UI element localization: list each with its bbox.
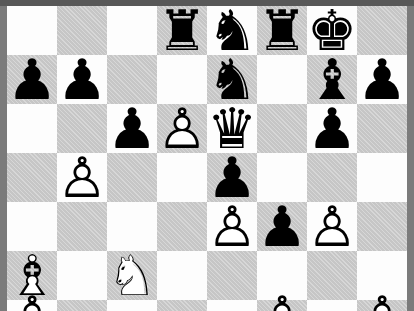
square-a3[interactable]: ♝♗ — [7, 251, 57, 300]
black-queen-icon: ♛ — [207, 104, 257, 153]
white-pawn-icon-outline: ♙ — [207, 202, 257, 251]
square-b4[interactable] — [57, 202, 107, 251]
black-pawn-icon: ♟ — [107, 104, 157, 153]
black-pawn-icon: ♟ — [307, 104, 357, 153]
square-d3[interactable] — [157, 251, 207, 300]
square-g4[interactable]: ♟♙ — [307, 202, 357, 251]
square-b8[interactable] — [57, 6, 107, 55]
white-pawn-icon-fill: ♟ — [57, 153, 107, 202]
square-f7[interactable] — [257, 55, 307, 104]
square-d2[interactable] — [157, 300, 207, 311]
square-c8[interactable] — [107, 6, 157, 55]
white-pawn-icon: ♟♙ — [57, 153, 107, 202]
black-pawn-icon: ♟ — [357, 55, 407, 104]
square-b3[interactable] — [57, 251, 107, 300]
square-c4[interactable] — [107, 202, 157, 251]
square-f4[interactable]: ♟ — [257, 202, 307, 251]
square-h8[interactable] — [357, 6, 407, 55]
white-pawn-icon: ♟♙ — [157, 104, 207, 153]
square-d8[interactable]: ♜ — [157, 6, 207, 55]
square-a2[interactable]: ♟♙ — [7, 300, 57, 311]
black-pawn-icon: ♟ — [257, 202, 307, 251]
square-b6[interactable] — [57, 104, 107, 153]
black-king-icon: ♚ — [307, 6, 357, 55]
white-pawn-icon-outline: ♙ — [307, 202, 357, 251]
square-a6[interactable] — [7, 104, 57, 153]
square-a8[interactable] — [7, 6, 57, 55]
black-pawn-icon: ♟ — [57, 55, 107, 104]
white-pawn-icon-fill: ♟ — [157, 104, 207, 153]
square-h2[interactable]: ♟♙ — [357, 300, 407, 311]
square-e4[interactable]: ♟♙ — [207, 202, 257, 251]
square-g5[interactable] — [307, 153, 357, 202]
white-knight-icon-outline: ♘ — [107, 251, 157, 300]
square-e2[interactable] — [207, 300, 257, 311]
black-rook-icon: ♜ — [157, 6, 207, 55]
square-c3[interactable]: ♞♘ — [107, 251, 157, 300]
square-d6[interactable]: ♟♙ — [157, 104, 207, 153]
square-c6[interactable]: ♟ — [107, 104, 157, 153]
white-knight-icon: ♞♘ — [107, 251, 157, 300]
square-d7[interactable] — [157, 55, 207, 104]
square-c5[interactable] — [107, 153, 157, 202]
square-f3[interactable] — [257, 251, 307, 300]
square-h6[interactable] — [357, 104, 407, 153]
square-f2[interactable]: ♟♙ — [257, 300, 307, 311]
white-knight-icon-fill: ♞ — [107, 251, 157, 300]
square-b7[interactable]: ♟ — [57, 55, 107, 104]
square-d5[interactable] — [157, 153, 207, 202]
black-knight-icon: ♞ — [207, 6, 257, 55]
square-e6[interactable]: ♛ — [207, 104, 257, 153]
black-bishop-icon: ♝ — [307, 55, 357, 104]
square-g6[interactable]: ♟ — [307, 104, 357, 153]
white-pawn-icon: ♟♙ — [207, 202, 257, 251]
white-bishop-icon-fill: ♝ — [7, 251, 57, 300]
white-pawn-icon-fill: ♟ — [207, 202, 257, 251]
white-bishop-icon-outline: ♗ — [7, 251, 57, 300]
square-g3[interactable] — [307, 251, 357, 300]
white-pawn-icon-outline: ♙ — [157, 104, 207, 153]
white-pawn-icon: ♟♙ — [307, 202, 357, 251]
square-f5[interactable] — [257, 153, 307, 202]
square-d4[interactable] — [157, 202, 207, 251]
square-b5[interactable]: ♟♙ — [57, 153, 107, 202]
square-h5[interactable] — [357, 153, 407, 202]
square-c7[interactable] — [107, 55, 157, 104]
square-a7[interactable]: ♟ — [7, 55, 57, 104]
white-pawn-icon-fill: ♟ — [307, 202, 357, 251]
black-pawn-icon: ♟ — [7, 55, 57, 104]
white-pawn-icon-outline: ♙ — [57, 153, 107, 202]
square-g2[interactable] — [307, 300, 357, 311]
black-knight-icon: ♞ — [207, 55, 257, 104]
square-a5[interactable] — [7, 153, 57, 202]
white-bishop-icon: ♝♗ — [7, 251, 57, 300]
square-a4[interactable] — [7, 202, 57, 251]
square-f8[interactable]: ♜ — [257, 6, 307, 55]
square-b2[interactable] — [57, 300, 107, 311]
square-e8[interactable]: ♞ — [207, 6, 257, 55]
square-e3[interactable] — [207, 251, 257, 300]
square-h3[interactable] — [357, 251, 407, 300]
square-g8[interactable]: ♚ — [307, 6, 357, 55]
chess-board: ♜♞♜♚♟♟♞♝♟♟♟♙♛♟♟♙♟♟♙♟♟♙♝♗♞♘♟♙♟♙♟♙ — [7, 6, 407, 311]
square-h7[interactable]: ♟ — [357, 55, 407, 104]
black-rook-icon: ♜ — [257, 6, 307, 55]
square-c2[interactable] — [107, 300, 157, 311]
square-e7[interactable]: ♞ — [207, 55, 257, 104]
square-h4[interactable] — [357, 202, 407, 251]
square-f6[interactable] — [257, 104, 307, 153]
board-frame: ♜♞♜♚♟♟♞♝♟♟♟♙♛♟♟♙♟♟♙♟♟♙♝♗♞♘♟♙♟♙♟♙ — [0, 0, 414, 311]
black-pawn-icon: ♟ — [207, 153, 257, 202]
square-e5[interactable]: ♟ — [207, 153, 257, 202]
square-g7[interactable]: ♝ — [307, 55, 357, 104]
